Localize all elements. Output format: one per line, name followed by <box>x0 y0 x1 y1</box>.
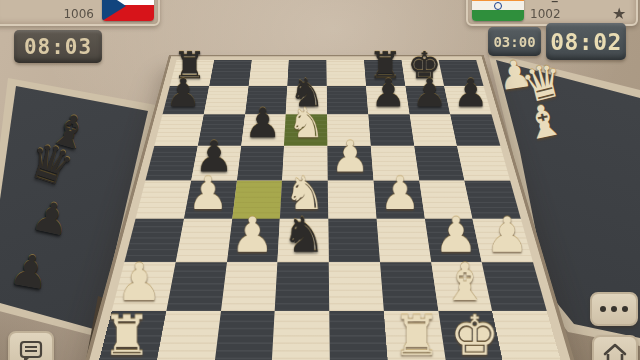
favorite-star-icon: ★ <box>612 4 626 23</box>
square-a7[interactable]: ♟ <box>163 86 210 114</box>
white-king-g1[interactable]: ♚ <box>450 308 499 360</box>
square-b4[interactable]: ♟ <box>184 180 237 219</box>
square-h1[interactable] <box>492 311 562 360</box>
square-e3[interactable] <box>328 219 380 262</box>
square-h5[interactable] <box>457 146 510 181</box>
more-options-button[interactable] <box>590 292 638 326</box>
square-a1[interactable]: ♜ <box>97 311 166 360</box>
white-pawn-h3[interactable]: ♟ <box>485 211 529 260</box>
square-d3[interactable]: ♞ <box>278 219 329 262</box>
player-right-name: nm_chauhan <box>530 0 618 2</box>
square-e2[interactable] <box>329 262 384 311</box>
player-panel-left: michanavecha 1006 <box>0 0 160 26</box>
square-c1[interactable] <box>214 311 275 360</box>
white-bishop-g2[interactable]: ♝ <box>442 257 488 309</box>
white-knight-d6[interactable]: ♞ <box>287 103 324 144</box>
chat-bubble-icon <box>18 339 44 360</box>
square-e5[interactable]: ♟ <box>327 146 373 181</box>
square-b1[interactable] <box>155 311 220 360</box>
square-f7[interactable]: ♟ <box>366 86 409 114</box>
square-d6[interactable]: ♞ <box>284 114 327 145</box>
home-button[interactable] <box>592 335 638 360</box>
player-right-secondary-clock: 03:00 <box>488 27 541 56</box>
ashoka-chakra-icon <box>494 2 502 10</box>
square-e7[interactable] <box>327 86 368 114</box>
square-b8[interactable] <box>209 60 251 86</box>
czech-flag-icon <box>102 0 154 21</box>
square-g6[interactable] <box>409 114 457 145</box>
square-b7[interactable] <box>204 86 249 114</box>
player-left-clock: 08:03 <box>14 30 102 63</box>
white-rook-f1[interactable]: ♜ <box>392 308 441 360</box>
dot-icon <box>622 306 628 312</box>
player-left-name: michanavecha <box>0 0 94 2</box>
square-h6[interactable] <box>450 114 500 145</box>
player-right-clock: 08:02 <box>546 23 626 60</box>
square-c6[interactable]: ♟ <box>241 114 286 145</box>
square-b3[interactable] <box>175 219 231 262</box>
square-a4[interactable] <box>136 180 192 219</box>
player-right-rating: 1002 <box>530 7 561 21</box>
player-left-rating: 1006 <box>63 7 94 21</box>
white-pawn-f4[interactable]: ♟ <box>380 171 421 217</box>
square-d2[interactable] <box>275 262 329 311</box>
india-flag-icon <box>472 0 524 21</box>
black-pawn-c6[interactable]: ♟ <box>244 103 281 144</box>
chess-board[interactable]: ♜♜♚♟♞♟♟♟♟♞♟♟♟♞♟♟♞♟♟♟♝♜♜♚ <box>85 56 575 360</box>
square-c2[interactable] <box>220 262 277 311</box>
white-pawn-a2[interactable]: ♟ <box>116 257 162 309</box>
chat-button[interactable] <box>8 331 54 360</box>
white-rook-a1[interactable]: ♜ <box>102 308 151 360</box>
chess-app-screen: ♝♛♟♟ ♟♛♝ ♜♜♚♟♞♟♟♟♟♞♟♟♟♞♟♟♞♟♟♟♝♜♜♚ michan… <box>0 0 640 360</box>
dot-icon <box>600 306 606 312</box>
white-pawn-c3[interactable]: ♟ <box>231 211 275 260</box>
square-g1[interactable]: ♚ <box>438 311 504 360</box>
dot-icon <box>611 306 617 312</box>
square-f4[interactable]: ♟ <box>373 180 424 219</box>
black-pawn-h7[interactable]: ♟ <box>453 73 488 112</box>
square-c8[interactable] <box>248 60 289 86</box>
square-c3[interactable]: ♟ <box>227 219 281 262</box>
square-e1[interactable] <box>329 311 388 360</box>
black-pawn-a7[interactable]: ♟ <box>166 73 201 112</box>
home-icon <box>602 342 628 360</box>
square-f1[interactable]: ♜ <box>384 311 447 360</box>
black-knight-d3[interactable]: ♞ <box>281 211 325 260</box>
square-e4[interactable] <box>328 180 377 219</box>
square-e8[interactable] <box>326 60 366 86</box>
square-f3[interactable] <box>376 219 431 262</box>
czech-flag-triangle <box>102 0 126 21</box>
black-pawn-f7[interactable]: ♟ <box>371 73 406 112</box>
square-h7[interactable]: ♟ <box>444 86 491 114</box>
square-c5[interactable] <box>237 146 285 181</box>
square-g5[interactable] <box>414 146 465 181</box>
white-pawn-e5[interactable]: ♟ <box>331 135 370 178</box>
square-b2[interactable] <box>166 262 226 311</box>
black-pawn-g7[interactable]: ♟ <box>412 73 447 112</box>
square-f6[interactable] <box>368 114 414 145</box>
square-d1[interactable] <box>272 311 330 360</box>
white-pawn-b4[interactable]: ♟ <box>188 171 229 217</box>
square-g7[interactable]: ♟ <box>405 86 450 114</box>
